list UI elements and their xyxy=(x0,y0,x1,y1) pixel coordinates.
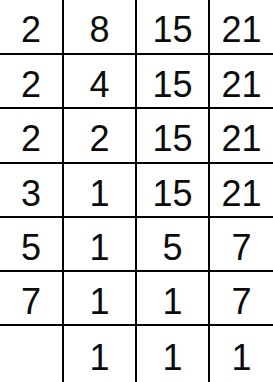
cell-r3c2: 2 xyxy=(64,109,137,164)
cell-r7c3: 1 xyxy=(137,326,210,382)
cell-r6c4: 7 xyxy=(210,272,273,326)
cell-r5c2: 1 xyxy=(64,218,137,272)
cell-r1c3: 15 xyxy=(137,0,210,55)
cell-r2c2: 4 xyxy=(64,55,137,109)
cell-r7c4: 1 xyxy=(210,326,273,382)
cell-r4c4: 21 xyxy=(210,164,273,218)
cell-r5c1: 5 xyxy=(0,218,64,272)
cell-r2c4: 21 xyxy=(210,55,273,109)
cell-r1c2: 8 xyxy=(64,0,137,55)
cell-r7c2: 1 xyxy=(64,326,137,382)
cell-r5c3: 5 xyxy=(137,218,210,272)
cell-r4c1: 3 xyxy=(0,164,64,218)
cell-r6c2: 1 xyxy=(64,272,137,326)
division-ladder-table: 2 8 15 21 2 4 15 21 2 2 15 21 3 1 15 21 … xyxy=(0,0,273,382)
cell-r1c1: 2 xyxy=(0,0,64,55)
cell-r4c3: 15 xyxy=(137,164,210,218)
cell-r1c4: 21 xyxy=(210,0,273,55)
cell-r2c3: 15 xyxy=(137,55,210,109)
cell-r5c4: 7 xyxy=(210,218,273,272)
cell-r2c1: 2 xyxy=(0,55,64,109)
cell-r3c4: 21 xyxy=(210,109,273,164)
cell-r7c1-empty xyxy=(0,326,64,382)
cell-r3c1: 2 xyxy=(0,109,64,164)
cell-r6c1: 7 xyxy=(0,272,64,326)
cell-r6c3: 1 xyxy=(137,272,210,326)
cell-r4c2: 1 xyxy=(64,164,137,218)
cell-r3c3: 15 xyxy=(137,109,210,164)
